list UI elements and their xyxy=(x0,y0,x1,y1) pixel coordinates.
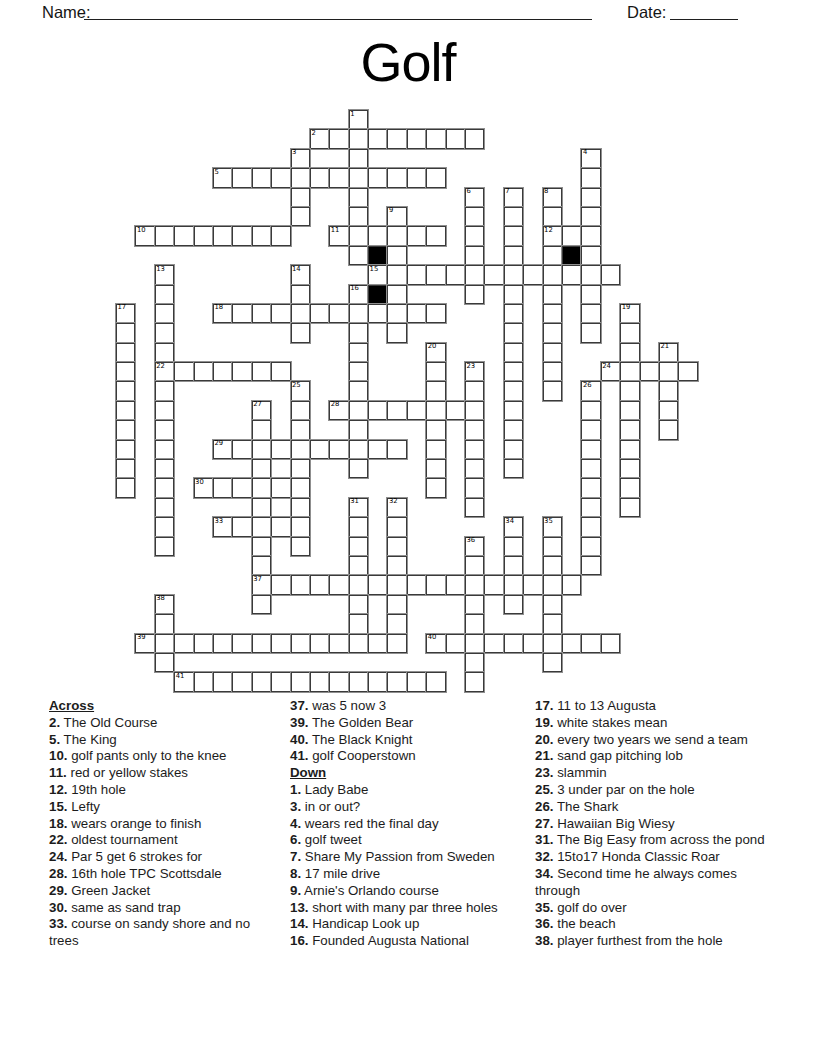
cell-r3-c24[interactable] xyxy=(581,168,600,187)
cell-r5-c12[interactable] xyxy=(349,207,368,226)
cell-r5-c22[interactable] xyxy=(543,207,562,226)
cell-r24-c21[interactable] xyxy=(523,575,542,594)
cell-r8-c14[interactable] xyxy=(387,265,406,284)
cell-r29-c14[interactable] xyxy=(387,672,406,691)
cell-r12-c16[interactable]: 20 xyxy=(426,343,445,362)
cell-r20-c26[interactable] xyxy=(620,498,639,517)
cell-r7-c12[interactable] xyxy=(349,246,368,265)
cell-r7-c20[interactable] xyxy=(504,246,523,265)
cell-r10-c6[interactable] xyxy=(232,304,251,323)
cell-r8-c2[interactable]: 13 xyxy=(155,265,174,284)
cell-r16-c12[interactable] xyxy=(349,420,368,439)
cell-r12-c22[interactable] xyxy=(543,343,562,362)
cell-r3-c14[interactable] xyxy=(387,168,406,187)
cell-r13-c12[interactable] xyxy=(349,362,368,381)
cell-r9-c2[interactable] xyxy=(155,285,174,304)
cell-r17-c18[interactable] xyxy=(465,440,484,459)
cell-r18-c18[interactable] xyxy=(465,459,484,478)
cell-r5-c9[interactable] xyxy=(291,207,310,226)
cell-r15-c0[interactable] xyxy=(116,401,135,420)
cell-r22-c9[interactable] xyxy=(291,537,310,556)
cell-r12-c20[interactable] xyxy=(504,343,523,362)
cell-r6-c1[interactable]: 10 xyxy=(135,226,154,245)
cell-r8-c9[interactable]: 14 xyxy=(291,265,310,284)
cell-r10-c5[interactable]: 18 xyxy=(213,304,232,323)
cell-r27-c14[interactable] xyxy=(387,634,406,653)
cell-r24-c7[interactable]: 37 xyxy=(252,575,271,594)
cell-r21-c7[interactable] xyxy=(252,517,271,536)
cell-r26-c2[interactable] xyxy=(155,614,174,633)
cell-r14-c0[interactable] xyxy=(116,381,135,400)
cell-r22-c18[interactable]: 36 xyxy=(465,537,484,556)
cell-r9-c20[interactable] xyxy=(504,285,523,304)
cell-r19-c5[interactable] xyxy=(213,478,232,497)
cell-r21-c8[interactable] xyxy=(271,517,290,536)
cell-r13-c3[interactable] xyxy=(174,362,193,381)
cell-r27-c4[interactable] xyxy=(194,634,213,653)
cell-r6-c24[interactable] xyxy=(581,226,600,245)
cell-r11-c22[interactable] xyxy=(543,323,562,342)
cell-r13-c2[interactable]: 22 xyxy=(155,362,174,381)
cell-r22-c24[interactable] xyxy=(581,537,600,556)
cell-r22-c7[interactable] xyxy=(252,537,271,556)
cell-r27-c9[interactable] xyxy=(291,634,310,653)
cell-r25-c18[interactable] xyxy=(465,595,484,614)
cell-r16-c16[interactable] xyxy=(426,420,445,439)
cell-r25-c14[interactable] xyxy=(387,595,406,614)
cell-r21-c5[interactable]: 33 xyxy=(213,517,232,536)
cell-r16-c9[interactable] xyxy=(291,420,310,439)
cell-r10-c14[interactable] xyxy=(387,304,406,323)
cell-r28-c22[interactable] xyxy=(543,653,562,672)
cell-r21-c9[interactable] xyxy=(291,517,310,536)
cell-r24-c12[interactable] xyxy=(349,575,368,594)
cell-r17-c13[interactable] xyxy=(368,440,387,459)
cell-r17-c11[interactable] xyxy=(329,440,348,459)
cell-r10-c0[interactable]: 17 xyxy=(116,304,135,323)
date-blank-line[interactable] xyxy=(670,0,738,20)
cell-r17-c26[interactable] xyxy=(620,440,639,459)
cell-r24-c17[interactable] xyxy=(446,575,465,594)
cell-r27-c6[interactable] xyxy=(232,634,251,653)
cell-r1-c11[interactable] xyxy=(329,129,348,148)
cell-r18-c24[interactable] xyxy=(581,459,600,478)
cell-r10-c15[interactable] xyxy=(407,304,426,323)
cell-r17-c12[interactable] xyxy=(349,440,368,459)
cell-r27-c22[interactable] xyxy=(543,634,562,653)
cell-r25-c22[interactable] xyxy=(543,595,562,614)
cell-r8-c16[interactable] xyxy=(426,265,445,284)
cell-r13-c20[interactable] xyxy=(504,362,523,381)
cell-r13-c16[interactable] xyxy=(426,362,445,381)
cell-r6-c5[interactable] xyxy=(213,226,232,245)
cell-r10-c9[interactable] xyxy=(291,304,310,323)
cell-r22-c2[interactable] xyxy=(155,537,174,556)
cell-r2-c24[interactable]: 4 xyxy=(581,149,600,168)
cell-r6-c23[interactable] xyxy=(562,226,581,245)
cell-r20-c14[interactable]: 32 xyxy=(387,498,406,517)
cell-r27-c16[interactable]: 40 xyxy=(426,634,445,653)
cell-r13-c18[interactable]: 23 xyxy=(465,362,484,381)
cell-r21-c14[interactable] xyxy=(387,517,406,536)
cell-r27-c21[interactable] xyxy=(523,634,542,653)
cell-r13-c7[interactable] xyxy=(252,362,271,381)
cell-r23-c18[interactable] xyxy=(465,556,484,575)
cell-r3-c8[interactable] xyxy=(271,168,290,187)
cell-r24-c14[interactable] xyxy=(387,575,406,594)
cell-r11-c2[interactable] xyxy=(155,323,174,342)
cell-r12-c26[interactable] xyxy=(620,343,639,362)
cell-r27-c24[interactable] xyxy=(581,634,600,653)
cell-r21-c22[interactable]: 35 xyxy=(543,517,562,536)
cell-r6-c8[interactable] xyxy=(271,226,290,245)
cell-r5-c20[interactable] xyxy=(504,207,523,226)
cell-r15-c18[interactable] xyxy=(465,401,484,420)
cell-r29-c10[interactable] xyxy=(310,672,329,691)
cell-r25-c20[interactable] xyxy=(504,595,523,614)
cell-r24-c15[interactable] xyxy=(407,575,426,594)
cell-r6-c13[interactable] xyxy=(368,226,387,245)
cell-r17-c7[interactable] xyxy=(252,440,271,459)
cell-r1-c15[interactable] xyxy=(407,129,426,148)
cell-r1-c12[interactable] xyxy=(349,129,368,148)
cell-r24-c13[interactable] xyxy=(368,575,387,594)
cell-r15-c14[interactable] xyxy=(387,401,406,420)
cell-r27-c25[interactable] xyxy=(601,634,620,653)
cell-r11-c20[interactable] xyxy=(504,323,523,342)
cell-r11-c0[interactable] xyxy=(116,323,135,342)
cell-r27-c20[interactable] xyxy=(504,634,523,653)
cell-r28-c2[interactable] xyxy=(155,653,174,672)
cell-r24-c22[interactable] xyxy=(543,575,562,594)
cell-r6-c3[interactable] xyxy=(174,226,193,245)
cell-r29-c8[interactable] xyxy=(271,672,290,691)
cell-r10-c24[interactable] xyxy=(581,304,600,323)
cell-r13-c26[interactable] xyxy=(620,362,639,381)
cell-r19-c2[interactable] xyxy=(155,478,174,497)
cell-r6-c11[interactable]: 11 xyxy=(329,226,348,245)
cell-r17-c2[interactable] xyxy=(155,440,174,459)
cell-r9-c24[interactable] xyxy=(581,285,600,304)
cell-r22-c12[interactable] xyxy=(349,537,368,556)
cell-r14-c28[interactable] xyxy=(659,381,678,400)
cell-r27-c10[interactable] xyxy=(310,634,329,653)
cell-r17-c0[interactable] xyxy=(116,440,135,459)
cell-r11-c24[interactable] xyxy=(581,323,600,342)
cell-r29-c18[interactable] xyxy=(465,672,484,691)
cell-r1-c16[interactable] xyxy=(426,129,445,148)
cell-r5-c18[interactable] xyxy=(465,207,484,226)
cell-r24-c8[interactable] xyxy=(271,575,290,594)
cell-r13-c0[interactable] xyxy=(116,362,135,381)
cell-r1-c13[interactable] xyxy=(368,129,387,148)
cell-r13-c4[interactable] xyxy=(194,362,213,381)
cell-r6-c2[interactable] xyxy=(155,226,174,245)
cell-r15-c2[interactable] xyxy=(155,401,174,420)
cell-r8-c25[interactable] xyxy=(601,265,620,284)
cell-r12-c0[interactable] xyxy=(116,343,135,362)
cell-r3-c6[interactable] xyxy=(232,168,251,187)
cell-r27-c11[interactable] xyxy=(329,634,348,653)
cell-r29-c4[interactable] xyxy=(194,672,213,691)
cell-r5-c24[interactable] xyxy=(581,207,600,226)
cell-r23-c7[interactable] xyxy=(252,556,271,575)
cell-r20-c12[interactable]: 31 xyxy=(349,498,368,517)
cell-r15-c9[interactable] xyxy=(291,401,310,420)
cell-r20-c9[interactable] xyxy=(291,498,310,517)
cell-r27-c18[interactable] xyxy=(465,634,484,653)
cell-r24-c16[interactable] xyxy=(426,575,445,594)
cell-r16-c28[interactable] xyxy=(659,420,678,439)
cell-r3-c13[interactable] xyxy=(368,168,387,187)
cell-r21-c12[interactable] xyxy=(349,517,368,536)
cell-r29-c11[interactable] xyxy=(329,672,348,691)
cell-r17-c20[interactable] xyxy=(504,440,523,459)
cell-r21-c2[interactable] xyxy=(155,517,174,536)
cell-r9-c12[interactable]: 16 xyxy=(349,285,368,304)
cell-r26-c14[interactable] xyxy=(387,614,406,633)
cell-r17-c9[interactable] xyxy=(291,440,310,459)
cell-r6-c22[interactable]: 12 xyxy=(543,226,562,245)
cell-r11-c14[interactable] xyxy=(387,323,406,342)
cell-r18-c9[interactable] xyxy=(291,459,310,478)
cell-r2-c9[interactable]: 3 xyxy=(291,149,310,168)
cell-r10-c22[interactable] xyxy=(543,304,562,323)
cell-r1-c17[interactable] xyxy=(446,129,465,148)
cell-r1-c18[interactable] xyxy=(465,129,484,148)
cell-r10-c13[interactable] xyxy=(368,304,387,323)
cell-r27-c7[interactable] xyxy=(252,634,271,653)
cell-r3-c5[interactable]: 5 xyxy=(213,168,232,187)
cell-r4-c24[interactable] xyxy=(581,188,600,207)
cell-r16-c18[interactable] xyxy=(465,420,484,439)
cell-r14-c9[interactable]: 25 xyxy=(291,381,310,400)
cell-r14-c20[interactable] xyxy=(504,381,523,400)
cell-r23-c24[interactable] xyxy=(581,556,600,575)
cell-r26-c22[interactable] xyxy=(543,614,562,633)
cell-r8-c21[interactable] xyxy=(523,265,542,284)
cell-r29-c16[interactable] xyxy=(426,672,445,691)
cell-r14-c18[interactable] xyxy=(465,381,484,400)
cell-r27-c3[interactable] xyxy=(174,634,193,653)
cell-r16-c0[interactable] xyxy=(116,420,135,439)
cell-r24-c23[interactable] xyxy=(562,575,581,594)
cell-r15-c12[interactable] xyxy=(349,401,368,420)
cell-r3-c16[interactable] xyxy=(426,168,445,187)
cell-r25-c12[interactable] xyxy=(349,595,368,614)
cell-r6-c16[interactable] xyxy=(426,226,445,245)
cell-r10-c16[interactable] xyxy=(426,304,445,323)
cell-r22-c20[interactable] xyxy=(504,537,523,556)
cell-r15-c20[interactable] xyxy=(504,401,523,420)
cell-r13-c28[interactable] xyxy=(659,362,678,381)
cell-r7-c14[interactable] xyxy=(387,246,406,265)
cell-r3-c9[interactable] xyxy=(291,168,310,187)
cell-r13-c22[interactable] xyxy=(543,362,562,381)
cell-r1-c10[interactable]: 2 xyxy=(310,129,329,148)
cell-r6-c14[interactable] xyxy=(387,226,406,245)
cell-r18-c16[interactable] xyxy=(426,459,445,478)
cell-r27-c5[interactable] xyxy=(213,634,232,653)
cell-r9-c9[interactable] xyxy=(291,285,310,304)
cell-r17-c8[interactable] xyxy=(271,440,290,459)
cell-r10-c10[interactable] xyxy=(310,304,329,323)
cell-r25-c7[interactable] xyxy=(252,595,271,614)
cell-r8-c17[interactable] xyxy=(446,265,465,284)
cell-r27-c8[interactable] xyxy=(271,634,290,653)
cell-r2-c12[interactable] xyxy=(349,149,368,168)
cell-r6-c6[interactable] xyxy=(232,226,251,245)
cell-r10-c12[interactable] xyxy=(349,304,368,323)
cell-r11-c26[interactable] xyxy=(620,323,639,342)
cell-r15-c7[interactable]: 27 xyxy=(252,401,271,420)
cell-r28-c18[interactable] xyxy=(465,653,484,672)
cell-r19-c4[interactable]: 30 xyxy=(194,478,213,497)
cell-r12-c12[interactable] xyxy=(349,343,368,362)
cell-r13-c29[interactable] xyxy=(678,362,697,381)
cell-r29-c3[interactable]: 41 xyxy=(174,672,193,691)
cell-r23-c22[interactable] xyxy=(543,556,562,575)
cell-r15-c16[interactable] xyxy=(426,401,445,420)
cell-r8-c18[interactable] xyxy=(465,265,484,284)
cell-r24-c18[interactable] xyxy=(465,575,484,594)
cell-r14-c2[interactable] xyxy=(155,381,174,400)
cell-r29-c13[interactable] xyxy=(368,672,387,691)
cell-r17-c10[interactable] xyxy=(310,440,329,459)
cell-r24-c11[interactable] xyxy=(329,575,348,594)
cell-r6-c20[interactable] xyxy=(504,226,523,245)
cell-r10-c2[interactable] xyxy=(155,304,174,323)
cell-r15-c11[interactable]: 28 xyxy=(329,401,348,420)
cell-r8-c22[interactable] xyxy=(543,265,562,284)
cell-r4-c20[interactable]: 7 xyxy=(504,188,523,207)
cell-r23-c20[interactable] xyxy=(504,556,523,575)
cell-r1-c14[interactable] xyxy=(387,129,406,148)
cell-r19-c7[interactable] xyxy=(252,478,271,497)
cell-r14-c12[interactable] xyxy=(349,381,368,400)
cell-r17-c24[interactable] xyxy=(581,440,600,459)
cell-r3-c7[interactable] xyxy=(252,168,271,187)
cell-r16-c7[interactable] xyxy=(252,420,271,439)
cell-r27-c19[interactable] xyxy=(484,634,503,653)
cell-r19-c0[interactable] xyxy=(116,478,135,497)
cell-r8-c13[interactable]: 15 xyxy=(368,265,387,284)
cell-r25-c2[interactable]: 38 xyxy=(155,595,174,614)
cell-r24-c9[interactable] xyxy=(291,575,310,594)
cell-r4-c18[interactable]: 6 xyxy=(465,188,484,207)
cell-r21-c24[interactable] xyxy=(581,517,600,536)
cell-r26-c12[interactable] xyxy=(349,614,368,633)
cell-r3-c11[interactable] xyxy=(329,168,348,187)
cell-r27-c17[interactable] xyxy=(446,634,465,653)
cell-r19-c16[interactable] xyxy=(426,478,445,497)
cell-r27-c1[interactable]: 39 xyxy=(135,634,154,653)
cell-r8-c19[interactable] xyxy=(484,265,503,284)
cell-r17-c5[interactable]: 29 xyxy=(213,440,232,459)
cell-r20-c7[interactable] xyxy=(252,498,271,517)
cell-r16-c2[interactable] xyxy=(155,420,174,439)
cell-r24-c20[interactable] xyxy=(504,575,523,594)
cell-r4-c9[interactable] xyxy=(291,188,310,207)
cell-r6-c15[interactable] xyxy=(407,226,426,245)
cell-r15-c28[interactable] xyxy=(659,401,678,420)
cell-r13-c8[interactable] xyxy=(271,362,290,381)
cell-r18-c12[interactable] xyxy=(349,459,368,478)
cell-r23-c12[interactable] xyxy=(349,556,368,575)
cell-r20-c18[interactable] xyxy=(465,498,484,517)
cell-r16-c26[interactable] xyxy=(620,420,639,439)
cell-r22-c22[interactable] xyxy=(543,537,562,556)
cell-r14-c26[interactable] xyxy=(620,381,639,400)
cell-r18-c2[interactable] xyxy=(155,459,174,478)
cell-r16-c24[interactable] xyxy=(581,420,600,439)
cell-r3-c10[interactable] xyxy=(310,168,329,187)
cell-r17-c16[interactable] xyxy=(426,440,445,459)
cell-r10-c20[interactable] xyxy=(504,304,523,323)
cell-r18-c26[interactable] xyxy=(620,459,639,478)
cell-r13-c27[interactable] xyxy=(640,362,659,381)
cell-r17-c14[interactable] xyxy=(387,440,406,459)
cell-r14-c24[interactable]: 26 xyxy=(581,381,600,400)
cell-r29-c15[interactable] xyxy=(407,672,426,691)
cell-r14-c22[interactable] xyxy=(543,381,562,400)
cell-r12-c2[interactable] xyxy=(155,343,174,362)
cell-r29-c9[interactable] xyxy=(291,672,310,691)
cell-r18-c7[interactable] xyxy=(252,459,271,478)
cell-r6-c4[interactable] xyxy=(194,226,213,245)
cell-r15-c24[interactable] xyxy=(581,401,600,420)
cell-r15-c26[interactable] xyxy=(620,401,639,420)
cell-r21-c6[interactable] xyxy=(232,517,251,536)
cell-r15-c15[interactable] xyxy=(407,401,426,420)
cell-r22-c14[interactable] xyxy=(387,537,406,556)
cell-r29-c6[interactable] xyxy=(232,672,251,691)
cell-r9-c14[interactable] xyxy=(387,285,406,304)
cell-r6-c12[interactable] xyxy=(349,226,368,245)
cell-r26-c18[interactable] xyxy=(465,614,484,633)
cell-r16-c20[interactable] xyxy=(504,420,523,439)
cell-r29-c7[interactable] xyxy=(252,672,271,691)
cell-r19-c24[interactable] xyxy=(581,478,600,497)
cell-r13-c25[interactable]: 24 xyxy=(601,362,620,381)
cell-r18-c0[interactable] xyxy=(116,459,135,478)
cell-r4-c12[interactable] xyxy=(349,188,368,207)
cell-r7-c22[interactable] xyxy=(543,246,562,265)
cell-r5-c14[interactable]: 9 xyxy=(387,207,406,226)
cell-r23-c14[interactable] xyxy=(387,556,406,575)
cell-r9-c22[interactable] xyxy=(543,285,562,304)
cell-r20-c24[interactable] xyxy=(581,498,600,517)
cell-r8-c15[interactable] xyxy=(407,265,426,284)
cell-r3-c15[interactable] xyxy=(407,168,426,187)
cell-r29-c5[interactable] xyxy=(213,672,232,691)
cell-r14-c16[interactable] xyxy=(426,381,445,400)
cell-r8-c24[interactable] xyxy=(581,265,600,284)
cell-r27-c12[interactable] xyxy=(349,634,368,653)
cell-r10-c8[interactable] xyxy=(271,304,290,323)
cell-r24-c10[interactable] xyxy=(310,575,329,594)
cell-r9-c18[interactable] xyxy=(465,285,484,304)
cell-r10-c26[interactable]: 19 xyxy=(620,304,639,323)
cell-r20-c2[interactable] xyxy=(155,498,174,517)
cell-r15-c13[interactable] xyxy=(368,401,387,420)
cell-r8-c20[interactable] xyxy=(504,265,523,284)
cell-r6-c18[interactable] xyxy=(465,226,484,245)
cell-r7-c24[interactable] xyxy=(581,246,600,265)
name-blank-line[interactable] xyxy=(84,0,592,20)
cell-r19-c8[interactable] xyxy=(271,478,290,497)
cell-r24-c19[interactable] xyxy=(484,575,503,594)
